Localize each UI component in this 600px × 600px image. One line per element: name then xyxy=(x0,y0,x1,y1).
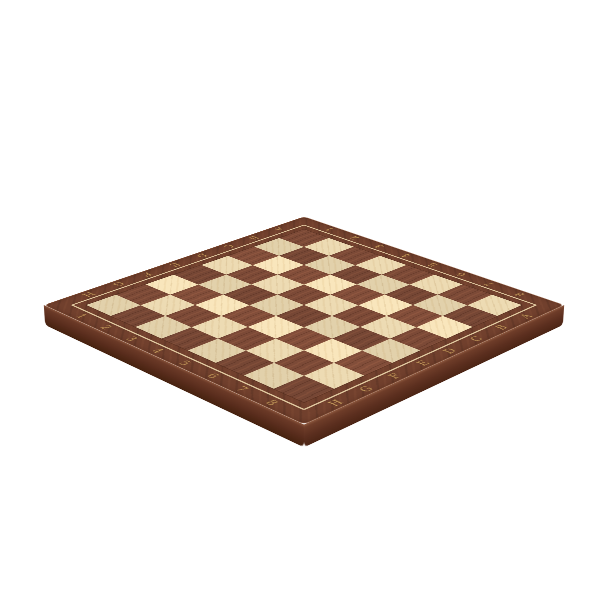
square-g4 xyxy=(192,316,248,339)
square-g5 xyxy=(218,327,275,350)
square-h3 xyxy=(135,316,191,339)
square-d6 xyxy=(332,305,387,327)
square-g6 xyxy=(246,338,304,362)
square-d8 xyxy=(390,327,447,350)
square-f5 xyxy=(248,316,304,339)
square-d7 xyxy=(360,316,416,339)
square-e8 xyxy=(362,338,420,362)
square-h5 xyxy=(188,338,246,362)
coords-lower-left-edge: 12345678 xyxy=(62,308,295,413)
square-e6 xyxy=(304,316,360,339)
square-f6 xyxy=(275,327,332,350)
chess-board: 12345678 12345678 ABCDEFGH ABCDEFGH xyxy=(44,217,564,425)
board-top-surface: 12345678 12345678 ABCDEFGH ABCDEFGH xyxy=(44,217,564,425)
square-e7 xyxy=(333,327,390,350)
square-f4 xyxy=(221,305,276,327)
squares-grid xyxy=(86,229,522,402)
square-h8 xyxy=(273,375,334,402)
square-c8 xyxy=(416,316,472,339)
square-f8 xyxy=(334,350,393,375)
square-e5 xyxy=(276,305,331,327)
square-h4 xyxy=(161,327,218,350)
square-h6 xyxy=(215,350,274,375)
product-photo-scene: 12345678 12345678 ABCDEFGH ABCDEFGH xyxy=(0,0,600,600)
square-c7 xyxy=(387,305,442,327)
square-h2 xyxy=(110,305,165,327)
coords-lower-right-edge: ABCDEFGH xyxy=(313,308,546,413)
square-g8 xyxy=(304,363,364,389)
square-g3 xyxy=(166,305,221,327)
square-f7 xyxy=(304,338,362,362)
square-g7 xyxy=(274,350,333,375)
square-b8 xyxy=(442,305,497,327)
square-h7 xyxy=(244,363,304,389)
